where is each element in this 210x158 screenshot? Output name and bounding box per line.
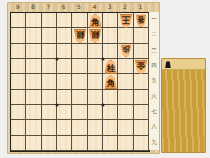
star-point-icon: [56, 58, 59, 61]
board-cell-3六[interactable]: [103, 90, 118, 105]
file-label-6: 6: [56, 3, 71, 11]
board-cell-9六[interactable]: [11, 90, 26, 105]
rank-label-4: 四: [149, 58, 159, 73]
board-cell-1六[interactable]: [134, 90, 149, 105]
board-cell-1七[interactable]: [134, 105, 149, 120]
board-cell-8六[interactable]: [26, 90, 41, 105]
board-cell-3七[interactable]: [103, 105, 118, 120]
file-label-2: 2: [117, 3, 132, 11]
board-cell-7七[interactable]: [42, 105, 57, 120]
board-cell-1九[interactable]: [134, 136, 149, 151]
file-labels: 987654321: [10, 3, 148, 11]
board-cell-3九[interactable]: [103, 136, 118, 151]
board-cell-4七[interactable]: [88, 105, 103, 120]
star-point-icon: [102, 104, 105, 107]
board-cell-6二[interactable]: [57, 28, 72, 43]
rank-label-5: 五: [149, 73, 159, 88]
komadai-sente: [161, 58, 206, 153]
board-cell-5四[interactable]: [72, 59, 87, 74]
rank-labels: 一二三四五六七八九: [149, 12, 159, 150]
board-cell-9九[interactable]: [11, 136, 26, 151]
file-label-7: 7: [41, 3, 56, 11]
board-cell-9一[interactable]: [11, 13, 26, 28]
board-cell-9八[interactable]: [11, 120, 26, 135]
board-cell-2七[interactable]: [118, 105, 133, 120]
board-cell-6七[interactable]: [57, 105, 72, 120]
board-cell-7一[interactable]: [42, 13, 57, 28]
board-cell-8一[interactable]: [26, 13, 41, 28]
board-cell-4三[interactable]: [88, 44, 103, 59]
board-cell-1二[interactable]: [134, 28, 149, 43]
board-cell-6六[interactable]: [57, 90, 72, 105]
star-point-icon: [102, 58, 105, 61]
rank-label-1: 一: [149, 12, 159, 27]
board-cell-2五[interactable]: [118, 74, 133, 89]
board-cell-5一[interactable]: [72, 13, 87, 28]
board-cell-7二[interactable]: [42, 28, 57, 43]
komadai-header: [162, 59, 205, 70]
board-cell-9三[interactable]: [11, 44, 26, 59]
board-cell-3二[interactable]: [103, 28, 118, 43]
star-point-icon: [56, 104, 59, 107]
board-cell-1八[interactable]: [134, 120, 149, 135]
board-cell-8八[interactable]: [26, 120, 41, 135]
board-cell-7八[interactable]: [42, 120, 57, 135]
board-cell-8四[interactable]: [26, 59, 41, 74]
board-cell-6三[interactable]: [57, 44, 72, 59]
rank-label-3: 三: [149, 43, 159, 58]
board-cell-5九[interactable]: [72, 136, 87, 151]
board-cell-2九[interactable]: [118, 136, 133, 151]
board-cell-9二[interactable]: [11, 28, 26, 43]
board-cell-7三[interactable]: [42, 44, 57, 59]
board-cell-4八[interactable]: [88, 120, 103, 135]
file-label-5: 5: [71, 3, 86, 11]
board-cell-6四[interactable]: [57, 59, 72, 74]
board-cell-5三[interactable]: [72, 44, 87, 59]
board-cell-8二[interactable]: [26, 28, 41, 43]
file-label-9: 9: [10, 3, 25, 11]
rank-label-8: 八: [149, 119, 159, 134]
shogi-grid: 角王香銀銀歩桂金角: [10, 12, 150, 152]
board-cell-5六[interactable]: [72, 90, 87, 105]
board-cell-7九[interactable]: [42, 136, 57, 151]
board-cell-4五[interactable]: [88, 74, 103, 89]
board-cell-6一[interactable]: [57, 13, 72, 28]
board-cell-1三[interactable]: [134, 44, 149, 59]
board-cell-7五[interactable]: [42, 74, 57, 89]
board-cell-8五[interactable]: [26, 74, 41, 89]
board-cell-4四[interactable]: [88, 59, 103, 74]
board-cell-6九[interactable]: [57, 136, 72, 151]
board-cell-9七[interactable]: [11, 105, 26, 120]
rank-label-6: 六: [149, 89, 159, 104]
board-cell-9五[interactable]: [11, 74, 26, 89]
board-cell-3三[interactable]: [103, 44, 118, 59]
board-cell-5七[interactable]: [72, 105, 87, 120]
board-cell-8七[interactable]: [26, 105, 41, 120]
sente-marker-icon: [165, 61, 171, 68]
board-cell-5八[interactable]: [72, 120, 87, 135]
board-cell-7六[interactable]: [42, 90, 57, 105]
file-label-8: 8: [25, 3, 40, 11]
board-cell-6五[interactable]: [57, 74, 72, 89]
board-cell-2八[interactable]: [118, 120, 133, 135]
board-cell-2四[interactable]: [118, 59, 133, 74]
board-cell-4九[interactable]: [88, 136, 103, 151]
board-cell-3一[interactable]: [103, 13, 118, 28]
rank-label-7: 七: [149, 104, 159, 119]
board-cell-9四[interactable]: [11, 59, 26, 74]
rank-label-2: 二: [149, 27, 159, 42]
board-cell-7四[interactable]: [42, 59, 57, 74]
board-cell-4六[interactable]: [88, 90, 103, 105]
board-cell-1五[interactable]: [134, 74, 149, 89]
file-label-3: 3: [102, 3, 117, 11]
file-label-4: 4: [87, 3, 102, 11]
board-cell-8九[interactable]: [26, 136, 41, 151]
board-cell-2二[interactable]: [118, 28, 133, 43]
board-cell-5五[interactable]: [72, 74, 87, 89]
board-cell-3八[interactable]: [103, 120, 118, 135]
board-cell-6八[interactable]: [57, 120, 72, 135]
board-cell-2六[interactable]: [118, 90, 133, 105]
file-label-1: 1: [133, 3, 148, 11]
board-cell-8三[interactable]: [26, 44, 41, 59]
rank-label-9: 九: [149, 135, 159, 150]
